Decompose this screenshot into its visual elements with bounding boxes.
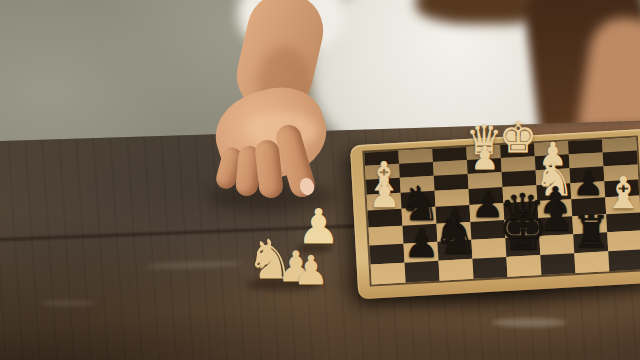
chess-photo-scene: ♛♚♟♟♝♟♞♟♞♟♟♝♟♛♟♟♞♚♜ ♞♟♟♟ bbox=[0, 0, 640, 360]
player-hand bbox=[0, 0, 640, 360]
